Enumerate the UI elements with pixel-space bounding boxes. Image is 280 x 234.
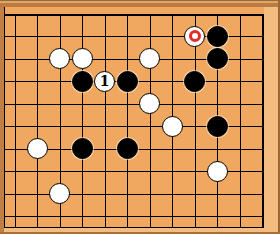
board-top-edge-line	[5, 14, 264, 16]
stone-white-P14	[162, 116, 183, 137]
stone-black-Q16	[184, 71, 205, 92]
grid-line-vertical	[105, 14, 106, 228]
grid-line-horizontal	[5, 104, 264, 105]
stone-white-M16: 1	[94, 71, 115, 92]
grid-line-horizontal	[5, 216, 264, 217]
grid-line-vertical	[150, 14, 151, 228]
move-number-label: 1	[100, 74, 110, 88]
stone-white-L17	[72, 48, 93, 69]
grid-line-vertical	[127, 14, 128, 228]
stone-white-Q18	[184, 26, 205, 47]
stone-black-L13	[72, 138, 93, 159]
stone-white-J13	[27, 138, 48, 159]
grid-line-vertical	[15, 14, 16, 228]
stone-black-N16	[117, 71, 138, 92]
stone-white-K17	[49, 48, 70, 69]
stone-black-L16	[72, 71, 93, 92]
board-right-edge-line	[262, 14, 264, 228]
grid-line-vertical	[82, 14, 83, 228]
board-frame-top	[0, 0, 280, 7]
grid-line-horizontal	[5, 194, 264, 195]
stone-white-O15	[139, 93, 160, 114]
go-diagram: 1	[0, 0, 280, 234]
stone-black-R14	[207, 116, 228, 137]
stone-white-K11	[49, 183, 70, 204]
grid-line-vertical	[240, 14, 241, 228]
stone-white-R12	[207, 161, 228, 182]
red-circle-marker-icon	[189, 30, 201, 42]
go-board-grid: 1	[4, 7, 264, 228]
stone-black-N13	[117, 138, 138, 159]
stone-white-O17	[139, 48, 160, 69]
grid-line-vertical	[37, 14, 38, 228]
stone-black-R18	[207, 26, 228, 47]
stone-black-R17	[207, 48, 228, 69]
